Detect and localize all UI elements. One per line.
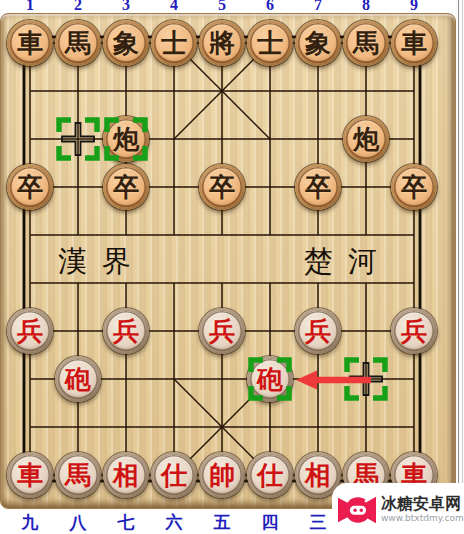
window-edge-line: [458, 0, 459, 534]
black-general[interactable]: 將: [199, 20, 245, 66]
piece-character: 相: [106, 455, 146, 495]
xiangqi-app-screen: 漢界 楚河 123456789 九八七六五四三二一 車馬象士將士象馬車炮炮卒卒卒…: [0, 0, 464, 534]
black-soldier[interactable]: 卒: [391, 164, 437, 210]
file-label-bottom-7: 三: [310, 511, 327, 534]
piece-character: 車: [10, 23, 50, 63]
piece-character: 馬: [58, 455, 98, 495]
window-edge: [456, 0, 464, 534]
red-elephant[interactable]: 相: [103, 452, 149, 498]
piece-face: 炮: [106, 119, 146, 159]
piece-character: 炮: [106, 119, 146, 159]
piece-character: 兵: [394, 311, 434, 351]
file-label-bottom-3: 七: [118, 511, 135, 534]
file-label-bottom-5: 五: [214, 511, 231, 534]
piece-character: 砲: [250, 359, 290, 399]
piece-face: 象: [298, 23, 338, 63]
piece-character: 士: [154, 23, 194, 63]
piece-face: 砲: [250, 359, 290, 399]
black-horse[interactable]: 馬: [343, 20, 389, 66]
piece-character: 車: [394, 23, 434, 63]
piece-character: 兵: [106, 311, 146, 351]
black-chariot[interactable]: 車: [7, 20, 53, 66]
red-soldier[interactable]: 兵: [391, 308, 437, 354]
watermark-site-url: www.btxtdmy.com: [381, 513, 464, 523]
piece-character: 仕: [154, 455, 194, 495]
piece-face: 車: [394, 23, 434, 63]
piece-face: 仕: [154, 455, 194, 495]
piece-character: 兵: [202, 311, 242, 351]
piece-face: 車: [10, 455, 50, 495]
file-label-bottom-6: 四: [262, 511, 279, 534]
piece-face: 帥: [202, 455, 242, 495]
red-general[interactable]: 帥: [199, 452, 245, 498]
file-label-top-3: 3: [122, 0, 130, 13]
watermark-site-name: 冰糖安卓网: [381, 495, 464, 513]
piece-face: 相: [106, 455, 146, 495]
window-edge-line: [462, 0, 463, 534]
file-label-top-8: 8: [362, 0, 370, 13]
piece-character: 卒: [298, 167, 338, 207]
piece-face: 卒: [202, 167, 242, 207]
black-advisor[interactable]: 士: [247, 20, 293, 66]
piece-face: 士: [250, 23, 290, 63]
file-labels-top: 123456789: [0, 0, 464, 13]
black-chariot[interactable]: 車: [391, 20, 437, 66]
black-soldier[interactable]: 卒: [295, 164, 341, 210]
red-cannon[interactable]: 砲: [55, 356, 101, 402]
piece-face: 兵: [298, 311, 338, 351]
file-label-bottom-2: 八: [70, 511, 87, 534]
piece-character: 象: [106, 23, 146, 63]
black-advisor[interactable]: 士: [151, 20, 197, 66]
piece-face: 砲: [58, 359, 98, 399]
piece-face: 炮: [346, 119, 386, 159]
piece-character: 將: [202, 23, 242, 63]
black-cannon[interactable]: 炮: [343, 116, 389, 162]
piece-face: 卒: [394, 167, 434, 207]
piece-face: 兵: [202, 311, 242, 351]
black-horse[interactable]: 馬: [55, 20, 101, 66]
piece-face: 象: [106, 23, 146, 63]
watermark: 冰糖安卓网 www.btxtdmy.com: [332, 483, 464, 534]
file-label-top-1: 1: [26, 0, 34, 13]
piece-face: 馬: [58, 23, 98, 63]
piece-face: 車: [10, 23, 50, 63]
candy-gamepad-logo-icon: [336, 491, 378, 529]
piece-character: 象: [298, 23, 338, 63]
black-soldier[interactable]: 卒: [7, 164, 53, 210]
river-label-left: 漢界: [58, 242, 146, 282]
piece-character: 兵: [298, 311, 338, 351]
red-soldier[interactable]: 兵: [295, 308, 341, 354]
red-soldier[interactable]: 兵: [7, 308, 53, 354]
piece-face: 士: [154, 23, 194, 63]
piece-face: 將: [202, 23, 242, 63]
piece-character: 卒: [394, 167, 434, 207]
file-label-top-4: 4: [170, 0, 178, 13]
red-advisor[interactable]: 仕: [151, 452, 197, 498]
file-label-top-2: 2: [74, 0, 82, 13]
piece-character: 兵: [10, 311, 50, 351]
black-cannon[interactable]: 炮: [103, 116, 149, 162]
piece-character: 仕: [250, 455, 290, 495]
red-soldier[interactable]: 兵: [199, 308, 245, 354]
piece-face: 兵: [10, 311, 50, 351]
piece-character: 士: [250, 23, 290, 63]
piece-face: 相: [298, 455, 338, 495]
file-label-bottom-1: 九: [22, 511, 39, 534]
file-label-top-5: 5: [218, 0, 226, 13]
red-horse[interactable]: 馬: [55, 452, 101, 498]
piece-face: 卒: [298, 167, 338, 207]
piece-face: 馬: [58, 455, 98, 495]
piece-character: 馬: [346, 23, 386, 63]
piece-character: 帥: [202, 455, 242, 495]
piece-face: 卒: [10, 167, 50, 207]
piece-face: 兵: [394, 311, 434, 351]
piece-character: 相: [298, 455, 338, 495]
piece-character: 卒: [202, 167, 242, 207]
piece-character: 炮: [346, 119, 386, 159]
file-label-bottom-4: 六: [166, 511, 183, 534]
river-label-right: 楚河: [304, 242, 392, 282]
piece-face: 兵: [106, 311, 146, 351]
black-soldier[interactable]: 卒: [199, 164, 245, 210]
black-elephant[interactable]: 象: [295, 20, 341, 66]
piece-face: 卒: [106, 167, 146, 207]
black-elephant[interactable]: 象: [103, 20, 149, 66]
piece-character: 卒: [106, 167, 146, 207]
file-label-top-6: 6: [266, 0, 274, 13]
piece-face: 馬: [346, 23, 386, 63]
piece-character: 卒: [10, 167, 50, 207]
piece-character: 馬: [58, 23, 98, 63]
watermark-texts: 冰糖安卓网 www.btxtdmy.com: [381, 495, 464, 523]
red-cannon[interactable]: 砲: [247, 356, 293, 402]
piece-character: 砲: [58, 359, 98, 399]
piece-face: 仕: [250, 455, 290, 495]
black-soldier[interactable]: 卒: [103, 164, 149, 210]
piece-character: 車: [10, 455, 50, 495]
file-label-top-9: 9: [410, 0, 418, 13]
red-chariot[interactable]: 車: [7, 452, 53, 498]
red-advisor[interactable]: 仕: [247, 452, 293, 498]
red-soldier[interactable]: 兵: [103, 308, 149, 354]
file-label-top-7: 7: [314, 0, 322, 13]
